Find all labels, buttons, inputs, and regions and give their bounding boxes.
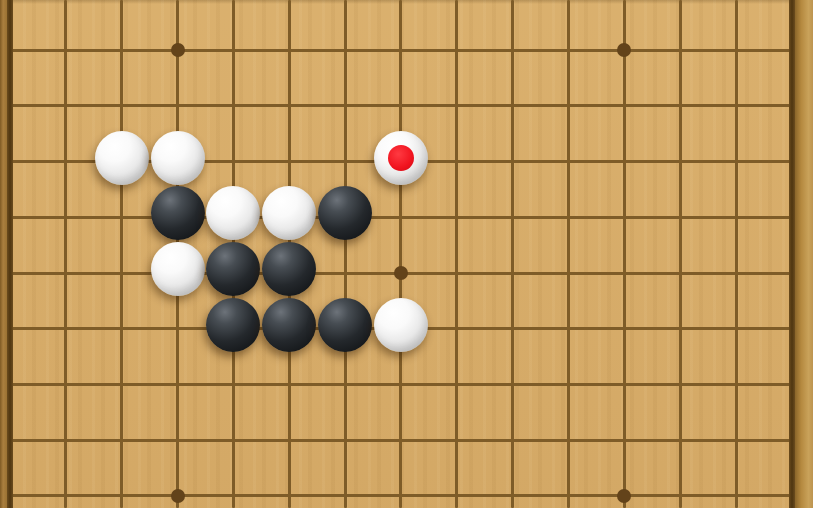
grid-line-horizontal (10, 104, 792, 107)
grid-line-vertical (735, 0, 738, 508)
grid-line-horizontal (10, 383, 792, 386)
white-stone (95, 131, 149, 185)
goban-board[interactable] (0, 0, 813, 508)
white-stone (151, 131, 205, 185)
grid-line-horizontal (10, 439, 792, 442)
grid-line-vertical (511, 0, 514, 508)
star-point (171, 43, 185, 57)
white-stone (151, 242, 205, 296)
grid-line-vertical (399, 0, 402, 508)
board-right-margin (795, 0, 813, 508)
board-left-edge-line (7, 0, 13, 508)
grid-line-horizontal (10, 216, 792, 219)
star-point (617, 43, 631, 57)
white-stone (262, 186, 316, 240)
black-stone (262, 298, 316, 352)
white-stone (374, 131, 428, 185)
black-stone (206, 298, 260, 352)
grid-line-vertical (120, 0, 123, 508)
black-stone (206, 242, 260, 296)
grid-line-horizontal (10, 494, 792, 497)
grid-line-vertical (679, 0, 682, 508)
grid-line-vertical (344, 0, 347, 508)
black-stone (318, 186, 372, 240)
grid-line-vertical (64, 0, 67, 508)
last-move-marker (388, 145, 414, 171)
board-right-edge-line (789, 0, 795, 508)
white-stone (374, 298, 428, 352)
star-point (617, 489, 631, 503)
grid-line-vertical (623, 0, 626, 508)
grid-line-vertical (455, 0, 458, 508)
black-stone (151, 186, 205, 240)
star-point (171, 489, 185, 503)
black-stone (318, 298, 372, 352)
grid-line-vertical (567, 0, 570, 508)
grid-line-horizontal (10, 49, 792, 52)
white-stone (206, 186, 260, 240)
star-point (394, 266, 408, 280)
black-stone (262, 242, 316, 296)
board-left-margin (0, 0, 7, 508)
